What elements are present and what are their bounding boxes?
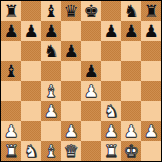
piece-black-pawn: ♟ <box>63 41 78 61</box>
square-e7[interactable] <box>81 21 101 41</box>
square-c1[interactable]: ♝ <box>41 141 61 161</box>
square-b1[interactable]: ♞ <box>21 141 41 161</box>
piece-white-knight: ♞ <box>103 101 118 121</box>
square-c2[interactable] <box>41 121 61 141</box>
square-h7[interactable]: ♟ <box>141 21 161 41</box>
piece-white-rook: ♜ <box>103 141 118 161</box>
square-a4[interactable] <box>1 81 21 101</box>
square-h4[interactable] <box>141 81 161 101</box>
piece-white-bishop: ♝ <box>43 81 58 101</box>
square-h5[interactable] <box>141 61 161 81</box>
square-g7[interactable]: ♟ <box>121 21 141 41</box>
piece-white-pawn: ♟ <box>3 121 18 141</box>
square-d5[interactable] <box>61 61 81 81</box>
square-c6[interactable]: ♞ <box>41 41 61 61</box>
piece-black-bishop: ♝ <box>3 61 18 81</box>
piece-white-pawn: ♟ <box>63 121 78 141</box>
chess-board: ♜♝♛♚♞♜♟♟♟♟♟♟♞♟♝♟♝♟♟♞♟♟♟♟♟♜♞♝♛♜♚ <box>1 1 161 161</box>
square-a7[interactable]: ♟ <box>1 21 21 41</box>
square-e2[interactable] <box>81 121 101 141</box>
square-d3[interactable] <box>61 101 81 121</box>
square-a1[interactable]: ♜ <box>1 141 21 161</box>
piece-black-pawn: ♟ <box>83 61 98 81</box>
square-d8[interactable]: ♛ <box>61 1 81 21</box>
square-h8[interactable]: ♜ <box>141 1 161 21</box>
square-a6[interactable] <box>1 41 21 61</box>
square-f6[interactable] <box>101 41 121 61</box>
square-h6[interactable] <box>141 41 161 61</box>
square-a2[interactable]: ♟ <box>1 121 21 141</box>
square-h3[interactable] <box>141 101 161 121</box>
piece-black-queen: ♛ <box>63 1 78 21</box>
square-g4[interactable] <box>121 81 141 101</box>
square-f7[interactable]: ♟ <box>101 21 121 41</box>
square-a5[interactable]: ♝ <box>1 61 21 81</box>
piece-white-pawn: ♟ <box>143 121 158 141</box>
piece-white-pawn: ♟ <box>83 81 98 101</box>
piece-white-rook: ♜ <box>3 141 18 161</box>
square-g6[interactable] <box>121 41 141 61</box>
square-c7[interactable]: ♟ <box>41 21 61 41</box>
square-c8[interactable]: ♝ <box>41 1 61 21</box>
square-c3[interactable]: ♟ <box>41 101 61 121</box>
square-a3[interactable] <box>1 101 21 121</box>
square-d7[interactable] <box>61 21 81 41</box>
square-f4[interactable] <box>101 81 121 101</box>
square-f2[interactable]: ♟ <box>101 121 121 141</box>
square-c5[interactable] <box>41 61 61 81</box>
square-e8[interactable]: ♚ <box>81 1 101 21</box>
square-h1[interactable] <box>141 141 161 161</box>
square-e3[interactable] <box>81 101 101 121</box>
square-c4[interactable]: ♝ <box>41 81 61 101</box>
piece-black-pawn: ♟ <box>3 21 18 41</box>
square-b7[interactable]: ♟ <box>21 21 41 41</box>
piece-black-knight: ♞ <box>43 41 58 61</box>
piece-white-queen: ♛ <box>63 141 78 161</box>
piece-white-knight: ♞ <box>23 141 38 161</box>
piece-black-pawn: ♟ <box>103 21 118 41</box>
piece-white-pawn: ♟ <box>103 121 118 141</box>
square-d2[interactable]: ♟ <box>61 121 81 141</box>
square-d1[interactable]: ♛ <box>61 141 81 161</box>
square-g2[interactable]: ♟ <box>121 121 141 141</box>
square-b4[interactable] <box>21 81 41 101</box>
square-f5[interactable] <box>101 61 121 81</box>
square-d6[interactable]: ♟ <box>61 41 81 61</box>
square-f3[interactable]: ♞ <box>101 101 121 121</box>
piece-black-pawn: ♟ <box>123 21 138 41</box>
square-g8[interactable]: ♞ <box>121 1 141 21</box>
piece-black-rook: ♜ <box>3 1 18 21</box>
square-b2[interactable] <box>21 121 41 141</box>
square-b6[interactable] <box>21 41 41 61</box>
chess-board-frame: ♜♝♛♚♞♜♟♟♟♟♟♟♞♟♝♟♝♟♟♞♟♟♟♟♟♜♞♝♛♜♚ <box>0 0 162 162</box>
square-b5[interactable] <box>21 61 41 81</box>
square-e6[interactable] <box>81 41 101 61</box>
square-b3[interactable] <box>21 101 41 121</box>
piece-black-king: ♚ <box>83 1 98 21</box>
square-e4[interactable]: ♟ <box>81 81 101 101</box>
square-b8[interactable] <box>21 1 41 21</box>
square-e1[interactable] <box>81 141 101 161</box>
square-f8[interactable] <box>101 1 121 21</box>
square-a8[interactable]: ♜ <box>1 1 21 21</box>
square-e5[interactable]: ♟ <box>81 61 101 81</box>
square-h2[interactable]: ♟ <box>141 121 161 141</box>
piece-black-bishop: ♝ <box>43 1 58 21</box>
piece-black-rook: ♜ <box>143 1 158 21</box>
piece-white-king: ♚ <box>123 141 138 161</box>
piece-black-knight: ♞ <box>123 1 138 21</box>
square-f1[interactable]: ♜ <box>101 141 121 161</box>
square-g1[interactable]: ♚ <box>121 141 141 161</box>
square-g3[interactable] <box>121 101 141 121</box>
piece-black-pawn: ♟ <box>143 21 158 41</box>
piece-black-pawn: ♟ <box>43 21 58 41</box>
piece-white-pawn: ♟ <box>123 121 138 141</box>
square-g5[interactable] <box>121 61 141 81</box>
piece-black-pawn: ♟ <box>23 21 38 41</box>
piece-white-bishop: ♝ <box>43 141 58 161</box>
square-d4[interactable] <box>61 81 81 101</box>
piece-white-pawn: ♟ <box>43 101 58 121</box>
